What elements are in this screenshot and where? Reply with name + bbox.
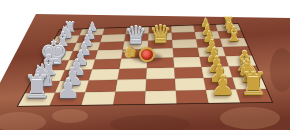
square-e6 [173, 57, 201, 68]
square-d3 [95, 50, 123, 60]
square-h3 [82, 92, 116, 105]
square-b3 [100, 34, 125, 42]
square-c3 [98, 41, 124, 50]
square-f6 [174, 67, 203, 79]
piece-black-R-h8[interactable]: ♜ [240, 69, 268, 100]
square-f3 [89, 69, 120, 81]
fallen-king-body: ♚ [123, 45, 140, 61]
piece-black-Q-c5[interactable]: ♛ [149, 23, 171, 48]
square-g3 [85, 80, 117, 92]
square-f5 [146, 68, 175, 80]
square-a3 [103, 28, 127, 35]
square-h6 [176, 90, 209, 103]
square-f4 [118, 68, 147, 80]
piece-white-R-h1[interactable]: ♜ [23, 72, 51, 103]
square-g4 [115, 79, 146, 91]
square-d6 [173, 48, 200, 58]
square-g5 [146, 79, 176, 91]
chess-set-photo: ♜♞♝♚♝♞♜♟♟♟♟♟♟♟♟♛♜♞♝♝♞♜♟♟♟♟♟♟♟♟♛♚ [0, 0, 290, 130]
piece-white-P-h2[interactable]: ♟ [56, 76, 80, 103]
square-g6 [175, 78, 206, 91]
piece-black-B-c8[interactable]: ♝ [225, 26, 242, 46]
square-a6 [171, 26, 195, 33]
square-b6 [172, 32, 196, 40]
square-e3 [92, 59, 121, 70]
square-h4 [113, 91, 145, 104]
piece-black-P-h7[interactable]: ♟ [211, 73, 235, 100]
square-c6 [172, 39, 198, 48]
square-h5 [145, 91, 177, 104]
